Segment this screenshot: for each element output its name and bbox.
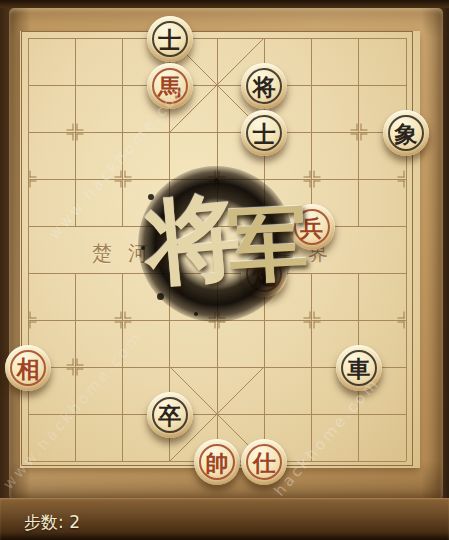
piece-black-soldier[interactable]: 卒	[147, 392, 193, 438]
position-marker	[20, 312, 37, 329]
grid-line	[122, 38, 123, 226]
piece-character: 士	[147, 16, 193, 62]
position-marker	[303, 171, 320, 188]
position-marker	[114, 312, 131, 329]
piece-red-general[interactable]: 帥	[194, 439, 240, 485]
top-edge	[0, 0, 449, 8]
position-marker	[398, 171, 415, 188]
piece-black-general[interactable]: 将	[241, 63, 287, 109]
grid-line	[406, 38, 407, 461]
position-marker	[303, 312, 320, 329]
piece-black-advisor-1[interactable]: 士	[147, 16, 193, 62]
position-marker	[67, 359, 84, 376]
position-marker	[67, 124, 84, 141]
piece-character: 帥	[194, 439, 240, 485]
piece-red-elephant[interactable]: 相	[5, 345, 51, 391]
xiangqi-app: 楚河 漢界 士馬将士象兵炮相車卒帥仕 将 军 www.hackhome.com …	[0, 0, 449, 540]
grid-line	[311, 38, 312, 226]
ink-splatter-dot	[141, 246, 145, 250]
check-char-jun: 军	[226, 202, 310, 286]
position-marker	[398, 312, 415, 329]
piece-character: 象	[383, 110, 429, 156]
ink-splatter-dot	[194, 312, 198, 316]
position-marker	[350, 124, 367, 141]
status-bar: 步数: 2	[0, 498, 449, 540]
piece-black-elephant[interactable]: 象	[383, 110, 429, 156]
step-counter: 步数: 2	[24, 511, 80, 534]
position-marker	[20, 171, 37, 188]
grid-line	[311, 273, 312, 461]
piece-black-advisor-2[interactable]: 士	[241, 110, 287, 156]
grid-line	[28, 38, 29, 461]
piece-character: 士	[241, 110, 287, 156]
piece-character: 卒	[147, 392, 193, 438]
piece-character: 将	[241, 63, 287, 109]
piece-character: 相	[5, 345, 51, 391]
